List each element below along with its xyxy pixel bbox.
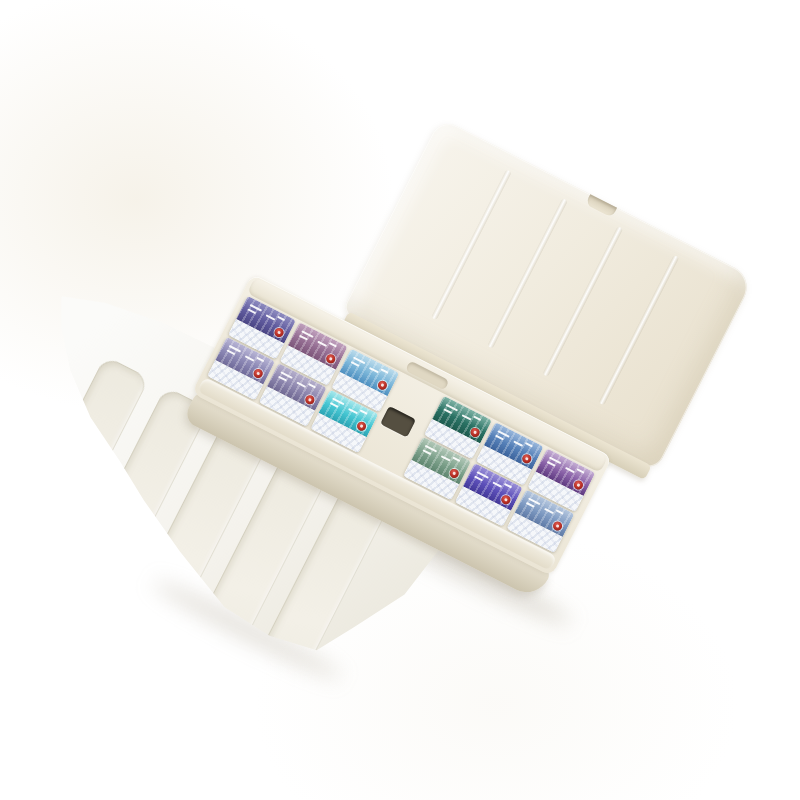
- lid-ridge: [487, 198, 568, 349]
- product-photo: [0, 0, 800, 800]
- lid-ridge: [431, 170, 512, 321]
- lid-ridge: [543, 226, 624, 377]
- lid-ridge: [598, 255, 679, 406]
- clasp-slot: [380, 406, 416, 437]
